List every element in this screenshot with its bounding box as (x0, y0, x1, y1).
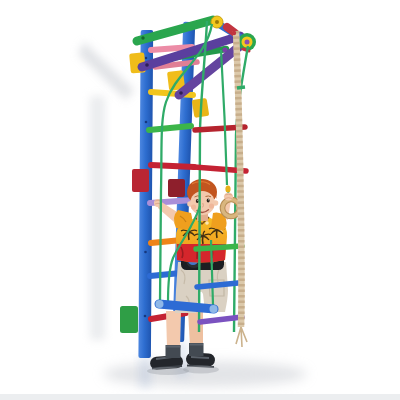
trapeze-cap-right (210, 305, 218, 313)
wall-rung-red (151, 165, 194, 167)
rope-mount-red (232, 31, 236, 35)
trapeze-bar (159, 304, 214, 309)
wall-shadow-vertical (90, 96, 105, 340)
left-eye (196, 199, 199, 203)
ladder-rung-green (196, 246, 242, 249)
left-hand-on-ring (224, 193, 233, 201)
left-post (138, 30, 153, 358)
left-leg (166, 311, 181, 348)
right-cheek (209, 203, 214, 208)
pulley-axle (215, 20, 219, 24)
ring-yellow-link (225, 185, 230, 192)
trapeze-cap-left (156, 300, 164, 308)
left-cheek (191, 204, 196, 209)
rope-green-band (237, 87, 245, 88)
scene-photo (0, 0, 400, 400)
red-plate-right (168, 179, 185, 197)
red-plate-left (132, 169, 149, 192)
wall-rung-green (149, 126, 191, 130)
photo-stage (0, 0, 400, 400)
face (190, 191, 215, 215)
right-leg (188, 310, 203, 346)
green-beam-bolt (141, 36, 144, 39)
floor-edge-band (0, 394, 400, 400)
green-plate-bottom-left (120, 306, 138, 333)
right-eye (207, 199, 210, 203)
purple-brace-upper-bolt (145, 63, 149, 67)
purple-brace-lower-bolt (179, 91, 183, 95)
